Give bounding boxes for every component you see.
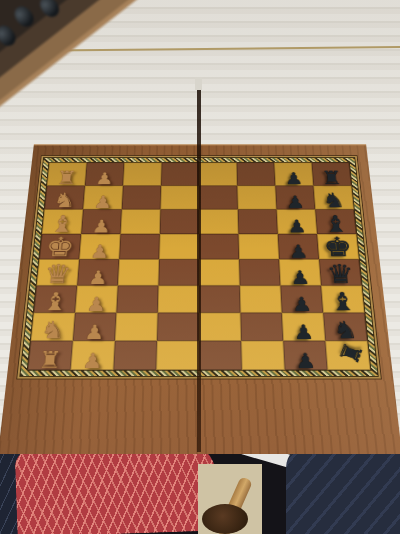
square-a6[interactable] [241, 341, 285, 370]
square-d6[interactable] [239, 259, 280, 285]
piece-black-pawn[interactable]: ♟ [293, 322, 314, 342]
square-e4[interactable] [159, 234, 199, 259]
piece-white-pawn[interactable]: ♟ [86, 295, 107, 314]
square-g7[interactable]: ♟ [275, 186, 315, 210]
square-c5[interactable] [199, 286, 240, 313]
piece-black-knight[interactable]: ♞ [322, 190, 346, 210]
square-c4[interactable] [158, 286, 199, 313]
square-d4[interactable] [158, 259, 199, 285]
piece-black-pawn[interactable]: ♟ [287, 218, 307, 235]
square-c8[interactable]: ♝ [321, 286, 364, 313]
square-g2[interactable]: ♟ [83, 186, 123, 210]
under-table-area [0, 440, 400, 534]
square-e6[interactable] [238, 234, 279, 259]
square-h3[interactable] [123, 163, 162, 186]
square-f8[interactable]: ♝ [315, 209, 356, 234]
blurred-black-piece [36, 0, 62, 20]
piece-black-pawn[interactable]: ♟ [295, 351, 317, 372]
square-f6[interactable] [238, 209, 278, 234]
piece-black-rook[interactable]: ♜ [321, 169, 343, 187]
square-d1[interactable]: ♛ [36, 259, 79, 285]
piece-white-queen[interactable]: ♛ [43, 261, 73, 287]
square-a1[interactable]: ♜ [28, 341, 73, 370]
piece-white-pawn[interactable]: ♟ [93, 194, 113, 211]
square-a5[interactable] [199, 341, 242, 370]
square-c2[interactable]: ♟ [75, 286, 118, 313]
photo-scene: ♜♟♟♜♞♟♟♞♝♟♟♝♚♟♟♚♛♟♟♛♝♟♟♝♞♟♟♞♜♟♟♜ [0, 0, 400, 534]
square-c7[interactable]: ♟ [280, 286, 323, 313]
square-g5[interactable] [199, 186, 238, 210]
piece-white-knight[interactable]: ♞ [39, 318, 65, 342]
piece-black-king[interactable]: ♚ [323, 234, 354, 261]
square-b5[interactable] [199, 313, 241, 341]
square-e3[interactable] [119, 234, 160, 259]
square-h2[interactable]: ♟ [85, 163, 124, 186]
square-h4[interactable] [161, 163, 199, 186]
square-b6[interactable] [240, 313, 283, 341]
square-g6[interactable] [237, 186, 276, 210]
piece-white-pawn[interactable]: ♟ [90, 243, 110, 261]
square-f7[interactable]: ♟ [277, 209, 318, 234]
piece-black-pawn[interactable]: ♟ [289, 243, 309, 261]
square-e8[interactable]: ♚ [317, 234, 359, 259]
square-d7[interactable]: ♟ [279, 259, 321, 285]
square-d5[interactable] [199, 259, 240, 285]
square-h6[interactable] [237, 163, 276, 186]
square-b3[interactable] [115, 313, 158, 341]
square-f5[interactable] [199, 209, 238, 234]
square-a2[interactable]: ♟ [71, 341, 115, 370]
blurred-black-piece [54, 0, 80, 1]
square-b7[interactable]: ♟ [282, 313, 326, 341]
square-e1[interactable]: ♚ [39, 234, 81, 259]
piece-white-rook[interactable]: ♜ [37, 348, 62, 371]
square-g3[interactable] [122, 186, 161, 210]
piece-white-pawn[interactable]: ♟ [88, 268, 109, 287]
square-e5[interactable] [199, 234, 239, 259]
piece-white-pawn[interactable]: ♟ [82, 351, 104, 372]
piece-black-pawn[interactable]: ♟ [292, 295, 313, 314]
blurred-black-piece [0, 22, 19, 49]
piece-white-rook[interactable]: ♜ [56, 169, 78, 187]
square-b2[interactable]: ♟ [73, 313, 117, 341]
piece-black-rook-fallen[interactable]: ♜ [335, 339, 366, 367]
square-d3[interactable] [118, 259, 159, 285]
piece-white-king[interactable]: ♚ [45, 234, 76, 261]
piece-black-knight[interactable]: ♞ [332, 318, 358, 342]
piece-white-bishop[interactable]: ♝ [41, 289, 69, 314]
piece-white-pawn[interactable]: ♟ [91, 218, 111, 235]
square-a3[interactable] [113, 341, 157, 370]
square-g4[interactable] [160, 186, 199, 210]
square-h5[interactable] [199, 163, 237, 186]
square-a4[interactable] [156, 341, 199, 370]
piece-black-queen[interactable]: ♛ [326, 261, 356, 287]
square-b8[interactable]: ♞ [323, 313, 367, 341]
square-e2[interactable]: ♟ [79, 234, 120, 259]
piece-white-pawn[interactable]: ♟ [95, 171, 114, 187]
square-c6[interactable] [240, 286, 282, 313]
piece-black-pawn[interactable]: ♟ [284, 171, 303, 187]
square-f4[interactable] [160, 209, 199, 234]
dark-wooden-bowl [202, 504, 248, 534]
square-c1[interactable]: ♝ [34, 286, 77, 313]
square-g8[interactable]: ♞ [313, 186, 354, 210]
navy-fabric-on-chair [286, 444, 400, 534]
square-d8[interactable]: ♛ [319, 259, 362, 285]
square-b4[interactable] [157, 313, 199, 341]
piece-black-pawn[interactable]: ♟ [286, 194, 305, 211]
square-h1[interactable]: ♜ [47, 163, 87, 186]
square-b1[interactable]: ♞ [31, 313, 75, 341]
board-hinge-seam [197, 78, 201, 452]
square-f1[interactable]: ♝ [42, 209, 83, 234]
piece-black-pawn[interactable]: ♟ [290, 268, 311, 287]
red-patterned-fabric [15, 443, 218, 534]
square-f3[interactable] [120, 209, 160, 234]
square-f2[interactable]: ♟ [81, 209, 122, 234]
piece-white-pawn[interactable]: ♟ [84, 322, 105, 342]
piece-white-knight[interactable]: ♞ [52, 190, 76, 210]
square-a7[interactable]: ♟ [283, 341, 327, 370]
square-d2[interactable]: ♟ [77, 259, 119, 285]
square-h7[interactable]: ♟ [274, 163, 313, 186]
square-c3[interactable] [116, 286, 158, 313]
square-e7[interactable]: ♟ [278, 234, 319, 259]
blurred-black-piece [11, 3, 37, 30]
square-a8[interactable]: ♜ [325, 341, 370, 370]
square-h8[interactable]: ♜ [312, 163, 352, 186]
hinge-gap-top [195, 77, 202, 90]
square-g1[interactable]: ♞ [44, 186, 85, 210]
piece-black-bishop[interactable]: ♝ [329, 289, 357, 314]
